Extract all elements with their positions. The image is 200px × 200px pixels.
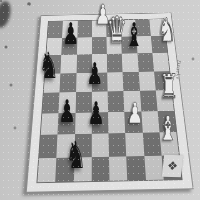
piece-black-pawn-b3[interactable]: ♟ (58, 96, 75, 127)
square-f6[interactable] (122, 53, 138, 72)
square-a4[interactable] (42, 92, 59, 113)
square-a8[interactable] (48, 21, 64, 38)
board-logo-badge: ❖ (162, 155, 183, 178)
square-e6[interactable] (107, 54, 123, 73)
photo-speck-artifacts (0, 0, 2, 2)
square-f1[interactable] (126, 156, 145, 181)
piece-black-pawn-b7[interactable]: ♟ (63, 19, 80, 49)
square-d1[interactable] (91, 156, 109, 181)
square-a2[interactable] (39, 134, 58, 157)
square-a1[interactable] (37, 157, 56, 182)
square-e3[interactable] (108, 111, 125, 133)
square-f5[interactable] (123, 72, 140, 92)
square-g3[interactable] (141, 111, 159, 133)
square-f2[interactable] (125, 133, 143, 156)
square-d7[interactable] (92, 37, 107, 55)
piece-black-knight-a6[interactable]: ♞ (39, 48, 59, 84)
piece-white-pawn-f3[interactable]: ♟ (127, 99, 143, 128)
square-b5[interactable] (60, 73, 76, 93)
square-b6[interactable] (61, 55, 77, 74)
square-g1[interactable] (144, 155, 164, 180)
piece-white-bishop-h2[interactable]: ♝ (159, 111, 178, 145)
piece-black-pawn-c5[interactable]: ♟ (87, 59, 104, 89)
square-d2[interactable] (92, 133, 109, 156)
square-a3[interactable] (41, 113, 59, 135)
piece-black-knight-c1[interactable]: ♞ (66, 137, 87, 175)
photo-scene: ♟♟♛♝♞♞♟♜♟♟♟♝♞ ❖ Drueke (0, 0, 200, 200)
square-g6[interactable] (137, 53, 154, 72)
square-e5[interactable] (107, 72, 123, 92)
square-g5[interactable] (138, 71, 155, 91)
square-e2[interactable] (108, 133, 126, 156)
square-e4[interactable] (108, 91, 125, 112)
piece-black-pawn-d3[interactable]: ♟ (87, 98, 104, 129)
square-e1[interactable] (109, 156, 128, 181)
diamond-logo-icon: ❖ (166, 160, 178, 172)
piece-white-knight-h7[interactable]: ♞ (158, 14, 176, 47)
piece-black-bishop-f7[interactable]: ♝ (125, 19, 143, 52)
